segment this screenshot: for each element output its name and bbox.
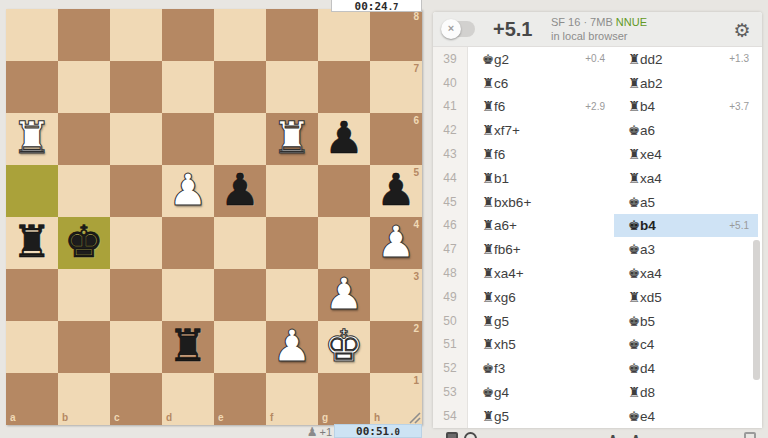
- san-text: ♜dd2: [628, 51, 663, 67]
- rank-label-1: 1: [413, 376, 419, 386]
- move-45-white[interactable]: ♜bxb6+: [468, 190, 614, 214]
- square-g8[interactable]: [318, 9, 370, 61]
- square-d3[interactable]: [162, 269, 214, 321]
- engine-name: SF 16 · 7MB: [551, 16, 613, 28]
- move-48-black[interactable]: ♚xa4: [614, 261, 758, 285]
- file-label-a: a: [10, 413, 16, 423]
- file-label-c: c: [114, 413, 120, 423]
- san-text: ♚c4: [628, 336, 654, 352]
- san-text: ♜xf7+: [482, 122, 520, 138]
- move-number-46: 46: [433, 214, 468, 238]
- san-text: ♜xe4: [628, 146, 662, 162]
- prev-move-icon[interactable]: ∧: [608, 432, 618, 438]
- san-text: ♜bxb6+: [482, 194, 531, 210]
- move-54-black[interactable]: ♚e4: [614, 404, 758, 428]
- square-c5[interactable]: [110, 165, 162, 217]
- file-label-h: h: [374, 413, 380, 423]
- san-text: ♚g4: [482, 384, 509, 400]
- square-c6[interactable]: [110, 113, 162, 165]
- square-c3[interactable]: [110, 269, 162, 321]
- san-text: ♚e4: [628, 408, 655, 424]
- engine-nnue-badge: NNUE: [616, 16, 647, 28]
- move-50-white[interactable]: ♜g5: [468, 309, 614, 333]
- san-text: ♜g5: [482, 313, 509, 329]
- san-text: ♜b4: [628, 98, 655, 114]
- square-c1[interactable]: c: [110, 373, 162, 425]
- file-label-g: g: [322, 413, 328, 423]
- square-f6[interactable]: ♜: [266, 113, 318, 165]
- move-53-white[interactable]: ♚g4: [468, 380, 614, 404]
- rank-label-8: 8: [413, 12, 419, 22]
- square-h3[interactable]: 3: [370, 269, 422, 321]
- square-d8[interactable]: [162, 9, 214, 61]
- eval-annotation: +2.9: [585, 101, 605, 112]
- move-list: 39♚g2+0.4♜dd2+1.340♜c6♜ab241♜f6+2.9♜b4+3…: [433, 47, 762, 428]
- san-text: ♜fb6+: [482, 241, 521, 257]
- rank-label-2: 2: [413, 324, 419, 334]
- san-text: ♚a6: [628, 122, 655, 138]
- square-g3[interactable]: ♟: [318, 269, 370, 321]
- square-b1[interactable]: b: [58, 373, 110, 425]
- square-f7[interactable]: [266, 61, 318, 113]
- san-text: ♚g2: [482, 51, 509, 67]
- engine-header: × +5.1 SF 16 · 7MB NNUE in local browser…: [433, 12, 762, 47]
- square-d2[interactable]: ♜: [162, 321, 214, 373]
- san-text: ♚xa4: [628, 265, 662, 281]
- square-g6[interactable]: ♟: [318, 113, 370, 165]
- san-text: ♜b1: [482, 170, 509, 186]
- square-b8[interactable]: [58, 9, 110, 61]
- player-clock: 00:51.0: [334, 424, 422, 438]
- square-c8[interactable]: [110, 9, 162, 61]
- black-pawn[interactable]: ♟: [214, 165, 266, 217]
- square-g5[interactable]: [318, 165, 370, 217]
- material-advantage: ♟ +1: [290, 425, 332, 438]
- san-text: ♜xa4: [628, 170, 662, 186]
- material-advantage-value: +1: [319, 426, 332, 438]
- move-number-41: 41: [433, 95, 468, 119]
- move-39-white[interactable]: ♚g2+0.4: [468, 47, 614, 71]
- move-41-white[interactable]: ♜f6+2.9: [468, 95, 614, 119]
- board-resize-handle[interactable]: [406, 409, 421, 424]
- engine-panel: × +5.1 SF 16 · 7MB NNUE in local browser…: [433, 12, 762, 428]
- move-44-white[interactable]: ♜b1: [468, 166, 614, 190]
- file-label-f: f: [270, 413, 273, 423]
- square-b4[interactable]: ♚: [58, 217, 110, 269]
- square-e5[interactable]: ♟: [214, 165, 266, 217]
- analysis-toolbar: ∧ ∧: [433, 431, 762, 438]
- move-number-39: 39: [433, 47, 468, 71]
- move-39-black[interactable]: ♜dd2+1.3: [614, 47, 758, 71]
- chess-board[interactable]: 87♜♜♟6♟♟♟5♜♚♟4♟3♜♟♚2abcdefg1h: [6, 9, 422, 425]
- white-rook[interactable]: ♜: [266, 113, 318, 165]
- square-g7[interactable]: [318, 61, 370, 113]
- square-d4[interactable]: [162, 217, 214, 269]
- engine-eval: +5.1: [493, 12, 532, 47]
- square-f1[interactable]: f: [266, 373, 318, 425]
- square-f5[interactable]: [266, 165, 318, 217]
- move-50-black[interactable]: ♚b5: [614, 309, 758, 333]
- square-h7[interactable]: 7: [370, 61, 422, 113]
- square-c4[interactable]: [110, 217, 162, 269]
- square-a6[interactable]: ♜: [6, 113, 58, 165]
- square-e6[interactable]: [214, 113, 266, 165]
- square-f4[interactable]: [266, 217, 318, 269]
- white-rook[interactable]: ♜: [6, 113, 58, 165]
- square-a5[interactable]: [6, 165, 58, 217]
- square-e4[interactable]: [214, 217, 266, 269]
- square-b7[interactable]: [58, 61, 110, 113]
- square-b6[interactable]: [58, 113, 110, 165]
- move-number-54: 54: [433, 404, 468, 428]
- file-label-d: d: [166, 413, 172, 423]
- white-pawn[interactable]: ♟: [318, 269, 370, 321]
- square-c7[interactable]: [110, 61, 162, 113]
- move-number-51: 51: [433, 333, 468, 357]
- san-text: ♚a5: [628, 194, 655, 210]
- file-label-e: e: [218, 413, 224, 423]
- square-a8[interactable]: [6, 9, 58, 61]
- square-a4[interactable]: ♜: [6, 217, 58, 269]
- square-f8[interactable]: [266, 9, 318, 61]
- move-47-black[interactable]: ♚a3: [614, 237, 758, 261]
- san-text: ♜a6+: [482, 217, 517, 233]
- square-f2[interactable]: ♟: [266, 321, 318, 373]
- square-h6[interactable]: 6: [370, 113, 422, 165]
- square-g4[interactable]: [318, 217, 370, 269]
- move-40-black[interactable]: ♜ab2: [614, 71, 758, 95]
- san-text: ♜ab2: [628, 75, 663, 91]
- move-42-black[interactable]: ♚a6: [614, 118, 758, 142]
- move-number-40: 40: [433, 71, 468, 95]
- white-king[interactable]: ♚: [318, 321, 370, 373]
- move-number-47: 47: [433, 237, 468, 261]
- san-text: ♜d8: [628, 384, 655, 400]
- rank-label-3: 3: [413, 272, 419, 282]
- move-43-black[interactable]: ♜xe4: [614, 142, 758, 166]
- square-g1[interactable]: g: [318, 373, 370, 425]
- eval-annotation: +1.3: [729, 53, 749, 64]
- move-52-white[interactable]: ♚f3: [468, 356, 614, 380]
- square-h8[interactable]: 8: [370, 9, 422, 61]
- move-list-scrollbar[interactable]: [753, 240, 760, 380]
- square-e2[interactable]: [214, 321, 266, 373]
- move-number-48: 48: [433, 261, 468, 285]
- black-pawn[interactable]: ♟: [318, 113, 370, 165]
- move-53-black[interactable]: ♜d8: [614, 380, 758, 404]
- close-icon[interactable]: ×: [441, 19, 461, 39]
- move-number-49: 49: [433, 285, 468, 309]
- move-number-43: 43: [433, 142, 468, 166]
- san-text: ♚f3: [482, 360, 505, 376]
- file-label-b: b: [62, 413, 68, 423]
- san-text: ♜f6: [482, 98, 505, 114]
- square-e3[interactable]: [214, 269, 266, 321]
- square-e7[interactable]: [214, 61, 266, 113]
- square-e8[interactable]: [214, 9, 266, 61]
- move-number-53: 53: [433, 380, 468, 404]
- move-45-black[interactable]: ♚a5: [614, 190, 758, 214]
- square-b3[interactable]: [58, 269, 110, 321]
- move-47-white[interactable]: ♜fb6+: [468, 237, 614, 261]
- san-text: ♜xa4+: [482, 265, 524, 281]
- move-44-black[interactable]: ♜xa4: [614, 166, 758, 190]
- square-e1[interactable]: e: [214, 373, 266, 425]
- pawn-icon: ♟: [307, 426, 318, 438]
- move-48-white[interactable]: ♜xa4+: [468, 261, 614, 285]
- san-text: ♜xd5: [628, 289, 662, 305]
- move-40-white[interactable]: ♜c6: [468, 71, 614, 95]
- white-pawn[interactable]: ♟: [266, 321, 318, 373]
- san-text: ♚d4: [628, 360, 655, 376]
- square-d6[interactable]: [162, 113, 214, 165]
- square-a2[interactable]: [6, 321, 58, 373]
- square-d5[interactable]: ♟: [162, 165, 214, 217]
- square-g2[interactable]: ♚: [318, 321, 370, 373]
- san-text: ♚b5: [628, 313, 655, 329]
- square-d7[interactable]: [162, 61, 214, 113]
- san-text: ♜c6: [482, 75, 508, 91]
- move-54-white[interactable]: ♜g5: [468, 404, 614, 428]
- square-c2[interactable]: [110, 321, 162, 373]
- san-text: ♜g5: [482, 408, 509, 424]
- board-editor-icon[interactable]: [744, 432, 756, 438]
- san-text: ♜xg6: [482, 289, 516, 305]
- rank-label-4: 4: [413, 220, 419, 230]
- black-rook[interactable]: ♜: [6, 217, 58, 269]
- square-a3[interactable]: [6, 269, 58, 321]
- move-number-44: 44: [433, 166, 468, 190]
- black-king[interactable]: ♚: [58, 217, 110, 269]
- eval-annotation: +0.4: [585, 53, 605, 64]
- square-b2[interactable]: [58, 321, 110, 373]
- rank-label-6: 6: [413, 116, 419, 126]
- rank-label-7: 7: [413, 64, 419, 74]
- square-h2[interactable]: 2: [370, 321, 422, 373]
- next-move-icon[interactable]: ∧: [631, 432, 641, 438]
- move-51-black[interactable]: ♚c4: [614, 333, 758, 357]
- move-41-black[interactable]: ♜b4+3.7: [614, 95, 758, 119]
- move-49-white[interactable]: ♜xg6: [468, 285, 614, 309]
- square-h5[interactable]: ♟5: [370, 165, 422, 217]
- move-51-white[interactable]: ♜xh5: [468, 333, 614, 357]
- engine-toggle[interactable]: ×: [442, 20, 475, 38]
- square-a1[interactable]: a: [6, 373, 58, 425]
- white-pawn[interactable]: ♟: [162, 165, 214, 217]
- square-h4[interactable]: ♟4: [370, 217, 422, 269]
- move-number-50: 50: [433, 309, 468, 333]
- gear-icon[interactable]: ⚙: [731, 19, 753, 41]
- move-number-45: 45: [433, 190, 468, 214]
- gauge-icon[interactable]: [464, 432, 477, 438]
- move-46-white[interactable]: ♜a6+: [468, 214, 614, 238]
- san-text: ♚b4: [628, 217, 656, 233]
- move-43-white[interactable]: ♜f6: [468, 142, 614, 166]
- opponent-clock: 00:24.7: [331, 0, 422, 12]
- move-number-42: 42: [433, 118, 468, 142]
- black-rook[interactable]: ♜: [162, 321, 214, 373]
- move-42-white[interactable]: ♜xf7+: [468, 118, 614, 142]
- eval-annotation: +5.1: [729, 220, 749, 231]
- square-b5[interactable]: [58, 165, 110, 217]
- san-text: ♚a3: [628, 241, 655, 257]
- move-49-black[interactable]: ♜xd5: [614, 285, 758, 309]
- rank-label-5: 5: [413, 168, 419, 178]
- engine-info: SF 16 · 7MB NNUE in local browser: [551, 15, 647, 43]
- square-a7[interactable]: [6, 61, 58, 113]
- move-46-black[interactable]: ♚b4+5.1: [614, 214, 758, 238]
- eval-annotation: +3.7: [729, 101, 749, 112]
- move-52-black[interactable]: ♚d4: [614, 356, 758, 380]
- san-text: ♜xh5: [482, 336, 516, 352]
- move-number-52: 52: [433, 356, 468, 380]
- square-d1[interactable]: d: [162, 373, 214, 425]
- engine-location: in local browser: [551, 29, 647, 43]
- menu-board-icon[interactable]: [446, 432, 458, 438]
- square-f3[interactable]: [266, 269, 318, 321]
- san-text: ♜f6: [482, 146, 505, 162]
